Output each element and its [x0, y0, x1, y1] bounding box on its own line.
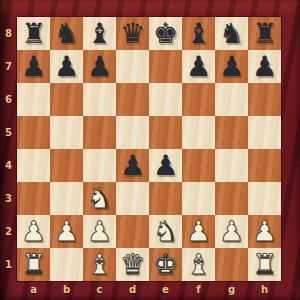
- square-h1[interactable]: ♜: [248, 248, 281, 281]
- white-queen-d1: ♛: [116, 248, 149, 281]
- square-h6[interactable]: [248, 83, 281, 116]
- square-d4[interactable]: ♟: [116, 149, 149, 182]
- square-e8[interactable]: ♚: [149, 17, 182, 50]
- square-a1[interactable]: ♜: [17, 248, 50, 281]
- white-knight-e2: ♞: [149, 215, 182, 248]
- black-knight-g8: ♞: [215, 17, 248, 50]
- file-label-c: c: [83, 284, 116, 295]
- square-d3[interactable]: [116, 182, 149, 215]
- square-b6[interactable]: [50, 83, 83, 116]
- square-h3[interactable]: [248, 182, 281, 215]
- black-pawn-e4: ♟: [149, 149, 182, 182]
- square-b7[interactable]: ♟: [50, 50, 83, 83]
- square-c6[interactable]: [83, 83, 116, 116]
- square-d7[interactable]: [116, 50, 149, 83]
- square-g8[interactable]: ♞: [215, 17, 248, 50]
- file-label-f: f: [182, 284, 215, 295]
- white-bishop-c1: ♝: [83, 248, 116, 281]
- white-king-e1: ♚: [149, 248, 182, 281]
- black-rook-h8: ♜: [248, 17, 281, 50]
- square-f1[interactable]: ♝: [182, 248, 215, 281]
- square-e5[interactable]: [149, 116, 182, 149]
- square-h8[interactable]: ♜: [248, 17, 281, 50]
- chess-board: ♜♞♝♛♚♝♞♜♟♟♟♟♟♟♟♟♞♟♟♟♞♟♟♟♜♝♛♚♝♜: [17, 17, 281, 281]
- square-h5[interactable]: [248, 116, 281, 149]
- rank-label-7: 7: [0, 61, 17, 72]
- square-e4[interactable]: ♟: [149, 149, 182, 182]
- white-knight-c3: ♞: [83, 182, 116, 215]
- square-c5[interactable]: [83, 116, 116, 149]
- rank-label-6: 6: [0, 94, 17, 105]
- square-h7[interactable]: ♟: [248, 50, 281, 83]
- square-g3[interactable]: [215, 182, 248, 215]
- square-e6[interactable]: [149, 83, 182, 116]
- square-f4[interactable]: [182, 149, 215, 182]
- square-d6[interactable]: [116, 83, 149, 116]
- white-rook-a1: ♜: [17, 248, 50, 281]
- square-a8[interactable]: ♜: [17, 17, 50, 50]
- square-f3[interactable]: [182, 182, 215, 215]
- black-pawn-d4: ♟: [116, 149, 149, 182]
- square-a4[interactable]: [17, 149, 50, 182]
- square-b2[interactable]: ♟: [50, 215, 83, 248]
- square-b8[interactable]: ♞: [50, 17, 83, 50]
- square-e7[interactable]: [149, 50, 182, 83]
- black-queen-d8: ♛: [116, 17, 149, 50]
- square-f6[interactable]: [182, 83, 215, 116]
- square-a3[interactable]: [17, 182, 50, 215]
- square-f2[interactable]: ♟: [182, 215, 215, 248]
- black-knight-b8: ♞: [50, 17, 83, 50]
- square-c1[interactable]: ♝: [83, 248, 116, 281]
- square-c8[interactable]: ♝: [83, 17, 116, 50]
- rank-label-8: 8: [0, 28, 17, 39]
- rank-label-1: 1: [0, 259, 17, 270]
- rank-label-2: 2: [0, 226, 17, 237]
- square-b3[interactable]: [50, 182, 83, 215]
- white-pawn-c2: ♟: [83, 215, 116, 248]
- file-label-g: g: [215, 284, 248, 295]
- black-rook-a8: ♜: [17, 17, 50, 50]
- square-g2[interactable]: ♟: [215, 215, 248, 248]
- file-label-e: e: [149, 284, 182, 295]
- square-h2[interactable]: ♟: [248, 215, 281, 248]
- black-bishop-f8: ♝: [182, 17, 215, 50]
- square-g6[interactable]: [215, 83, 248, 116]
- square-f8[interactable]: ♝: [182, 17, 215, 50]
- square-f5[interactable]: [182, 116, 215, 149]
- white-pawn-g2: ♟: [215, 215, 248, 248]
- square-c7[interactable]: ♟: [83, 50, 116, 83]
- file-label-d: d: [116, 284, 149, 295]
- black-pawn-b7: ♟: [50, 50, 83, 83]
- black-pawn-f7: ♟: [182, 50, 215, 83]
- black-pawn-a7: ♟: [17, 50, 50, 83]
- black-bishop-c8: ♝: [83, 17, 116, 50]
- square-d5[interactable]: [116, 116, 149, 149]
- rank-label-4: 4: [0, 160, 17, 171]
- square-d1[interactable]: ♛: [116, 248, 149, 281]
- square-b4[interactable]: [50, 149, 83, 182]
- rank-label-5: 5: [0, 127, 17, 138]
- white-pawn-a2: ♟: [17, 215, 50, 248]
- chess-board-window: ♜♞♝♛♚♝♞♜♟♟♟♟♟♟♟♟♞♟♟♟♞♟♟♟♜♝♛♚♝♜ 87654321 …: [0, 0, 300, 300]
- square-b1[interactable]: [50, 248, 83, 281]
- square-f7[interactable]: ♟: [182, 50, 215, 83]
- white-bishop-f1: ♝: [182, 248, 215, 281]
- square-c3[interactable]: ♞: [83, 182, 116, 215]
- black-king-e8: ♚: [149, 17, 182, 50]
- square-c2[interactable]: ♟: [83, 215, 116, 248]
- white-rook-h1: ♜: [248, 248, 281, 281]
- square-a2[interactable]: ♟: [17, 215, 50, 248]
- square-c4[interactable]: [83, 149, 116, 182]
- square-g7[interactable]: ♟: [215, 50, 248, 83]
- file-label-h: h: [248, 284, 281, 295]
- file-label-a: a: [17, 284, 50, 295]
- black-pawn-g7: ♟: [215, 50, 248, 83]
- white-pawn-b2: ♟: [50, 215, 83, 248]
- square-g5[interactable]: [215, 116, 248, 149]
- white-pawn-h2: ♟: [248, 215, 281, 248]
- square-d8[interactable]: ♛: [116, 17, 149, 50]
- square-g4[interactable]: [215, 149, 248, 182]
- square-a7[interactable]: ♟: [17, 50, 50, 83]
- black-pawn-h7: ♟: [248, 50, 281, 83]
- square-g1[interactable]: [215, 248, 248, 281]
- square-d2[interactable]: [116, 215, 149, 248]
- black-pawn-c7: ♟: [83, 50, 116, 83]
- square-a6[interactable]: [17, 83, 50, 116]
- file-label-b: b: [50, 284, 83, 295]
- rank-label-3: 3: [0, 193, 17, 204]
- white-pawn-f2: ♟: [182, 215, 215, 248]
- square-b5[interactable]: [50, 116, 83, 149]
- square-e3[interactable]: [149, 182, 182, 215]
- square-e2[interactable]: ♞: [149, 215, 182, 248]
- square-a5[interactable]: [17, 116, 50, 149]
- square-e1[interactable]: ♚: [149, 248, 182, 281]
- square-h4[interactable]: [248, 149, 281, 182]
